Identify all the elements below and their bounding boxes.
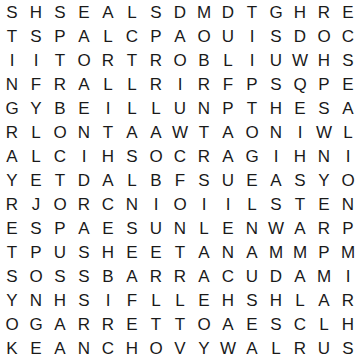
grid-cell-r6c1[interactable]: R [0, 120, 24, 144]
grid-cell-r11c7[interactable]: E [144, 241, 168, 265]
grid-cell-r2c11[interactable]: I [240, 24, 264, 48]
grid-cell-r5c8[interactable]: U [168, 96, 192, 120]
grid-cell-r4c14[interactable]: P [312, 72, 336, 96]
grid-cell-r11c4[interactable]: S [72, 241, 96, 265]
grid-cell-r4c2[interactable]: F [24, 72, 48, 96]
grid-cell-r13c5[interactable]: I [96, 289, 120, 313]
grid-cell-r6c7[interactable]: A [144, 120, 168, 144]
grid-cell-r8c2[interactable]: E [24, 168, 48, 192]
grid-cell-r2c1[interactable]: T [0, 24, 24, 48]
grid-cell-r8c6[interactable]: L [120, 168, 144, 192]
grid-cell-r8c10[interactable]: U [216, 168, 240, 192]
grid-cell-r7c9[interactable]: R [192, 144, 216, 168]
grid-cell-r10c9[interactable]: L [192, 217, 216, 241]
grid-cell-r4c5[interactable]: L [96, 72, 120, 96]
grid-cell-r10c11[interactable]: N [240, 217, 264, 241]
grid-cell-r1c4[interactable]: E [72, 0, 96, 24]
grid-cell-r5c2[interactable]: Y [24, 96, 48, 120]
grid-cell-r14c5[interactable]: R [96, 313, 120, 337]
grid-cell-r11c10[interactable]: N [216, 241, 240, 265]
grid-cell-r6c9[interactable]: T [192, 120, 216, 144]
grid-cell-r15c7[interactable]: O [144, 337, 168, 361]
grid-cell-r2c3[interactable]: P [48, 24, 72, 48]
grid-cell-r4c15[interactable]: E [336, 72, 360, 96]
grid-cell-r1c1[interactable]: S [0, 0, 24, 24]
grid-cell-r8c5[interactable]: A [96, 168, 120, 192]
grid-cell-r3c3[interactable]: T [48, 48, 72, 72]
grid-cell-r5c9[interactable]: N [192, 96, 216, 120]
grid-cell-r5c5[interactable]: I [96, 96, 120, 120]
grid-cell-r10c8[interactable]: N [168, 217, 192, 241]
grid-cell-r5c3[interactable]: B [48, 96, 72, 120]
grid-cell-r2c4[interactable]: A [72, 24, 96, 48]
grid-cell-r11c9[interactable]: A [192, 241, 216, 265]
grid-cell-r2c6[interactable]: C [120, 24, 144, 48]
grid-cell-r4c13[interactable]: Q [288, 72, 312, 96]
grid-cell-r9c7[interactable]: I [144, 193, 168, 217]
grid-cell-r15c14[interactable]: U [312, 337, 336, 361]
word-search-grid: SHSEALSDMDTGHRETSPALCPAOUISDOCIITORTROBL… [0, 0, 360, 361]
grid-cell-r2c10[interactable]: U [216, 24, 240, 48]
grid-cell-r3c2[interactable]: I [24, 48, 48, 72]
grid-cell-r9c13[interactable]: T [288, 193, 312, 217]
grid-cell-r13c15[interactable]: R [336, 289, 360, 313]
grid-cell-r10c3[interactable]: P [48, 217, 72, 241]
grid-cell-r3c4[interactable]: O [72, 48, 96, 72]
grid-cell-r7c10[interactable]: A [216, 144, 240, 168]
grid-cell-r2c2[interactable]: S [24, 24, 48, 48]
grid-cell-r13c2[interactable]: N [24, 289, 48, 313]
grid-cell-r7c8[interactable]: C [168, 144, 192, 168]
grid-cell-r3c9[interactable]: B [192, 48, 216, 72]
grid-cell-r6c13[interactable]: I [288, 120, 312, 144]
grid-cell-r1c15[interactable]: E [336, 0, 360, 24]
grid-cell-r14c3[interactable]: A [48, 313, 72, 337]
grid-cell-r12c11[interactable]: U [240, 265, 264, 289]
grid-cell-r8c3[interactable]: T [48, 168, 72, 192]
grid-cell-r2c13[interactable]: D [288, 24, 312, 48]
grid-cell-r8c1[interactable]: Y [0, 168, 24, 192]
grid-cell-r11c3[interactable]: U [48, 241, 72, 265]
grid-cell-r10c7[interactable]: U [144, 217, 168, 241]
grid-cell-r7c2[interactable]: L [24, 144, 48, 168]
grid-cell-r4c1[interactable]: N [0, 72, 24, 96]
grid-cell-r3c11[interactable]: I [240, 48, 264, 72]
grid-cell-r7c11[interactable]: G [240, 144, 264, 168]
grid-cell-r7c15[interactable]: I [336, 144, 360, 168]
grid-cell-r13c9[interactable]: E [192, 289, 216, 313]
grid-cell-r6c3[interactable]: O [48, 120, 72, 144]
grid-cell-r15c12[interactable]: L [264, 337, 288, 361]
grid-cell-r5c1[interactable]: G [0, 96, 24, 120]
grid-cell-r5c11[interactable]: T [240, 96, 264, 120]
grid-cell-r5c6[interactable]: L [120, 96, 144, 120]
grid-cell-r14c6[interactable]: E [120, 313, 144, 337]
grid-cell-r4c10[interactable]: F [216, 72, 240, 96]
grid-cell-r11c8[interactable]: T [168, 241, 192, 265]
grid-cell-r15c8[interactable]: V [168, 337, 192, 361]
grid-cell-r1c9[interactable]: M [192, 0, 216, 24]
grid-cell-r10c15[interactable]: P [336, 217, 360, 241]
grid-cell-r15c15[interactable]: S [336, 337, 360, 361]
grid-cell-r6c8[interactable]: W [168, 120, 192, 144]
grid-cell-r14c14[interactable]: L [312, 313, 336, 337]
grid-cell-r2c9[interactable]: O [192, 24, 216, 48]
grid-cell-r12c6[interactable]: A [120, 265, 144, 289]
grid-cell-r9c14[interactable]: E [312, 193, 336, 217]
grid-cell-r9c3[interactable]: O [48, 193, 72, 217]
grid-cell-r15c3[interactable]: A [48, 337, 72, 361]
grid-cell-r13c11[interactable]: S [240, 289, 264, 313]
grid-cell-r9c2[interactable]: J [24, 193, 48, 217]
grid-cell-r9c5[interactable]: C [96, 193, 120, 217]
grid-cell-r14c4[interactable]: R [72, 313, 96, 337]
grid-cell-r15c9[interactable]: Y [192, 337, 216, 361]
grid-cell-r12c7[interactable]: R [144, 265, 168, 289]
grid-cell-r2c8[interactable]: A [168, 24, 192, 48]
grid-cell-r11c6[interactable]: E [120, 241, 144, 265]
grid-cell-r12c4[interactable]: S [72, 265, 96, 289]
grid-cell-r1c7[interactable]: S [144, 0, 168, 24]
word-search-page: SHSEALSDMDTGHRETSPALCPAOUISDOCIITORTROBL… [0, 0, 360, 361]
grid-cell-r11c2[interactable]: P [24, 241, 48, 265]
grid-cell-r4c8[interactable]: I [168, 72, 192, 96]
grid-cell-r14c11[interactable]: E [240, 313, 264, 337]
grid-cell-r4c6[interactable]: L [120, 72, 144, 96]
grid-cell-r8c8[interactable]: F [168, 168, 192, 192]
grid-cell-r2c14[interactable]: O [312, 24, 336, 48]
grid-cell-r6c11[interactable]: O [240, 120, 264, 144]
grid-cell-r10c1[interactable]: E [0, 217, 24, 241]
grid-cell-r3c6[interactable]: T [120, 48, 144, 72]
grid-cell-r13c7[interactable]: L [144, 289, 168, 313]
grid-cell-r9c4[interactable]: R [72, 193, 96, 217]
grid-cell-r14c7[interactable]: T [144, 313, 168, 337]
grid-cell-r8c15[interactable]: O [336, 168, 360, 192]
grid-cell-r1c5[interactable]: A [96, 0, 120, 24]
grid-cell-r14c15[interactable]: H [336, 313, 360, 337]
grid-cell-r7c3[interactable]: C [48, 144, 72, 168]
grid-cell-r6c4[interactable]: N [72, 120, 96, 144]
grid-cell-r15c13[interactable]: R [288, 337, 312, 361]
grid-cell-r13c13[interactable]: L [288, 289, 312, 313]
grid-cell-r5c13[interactable]: E [288, 96, 312, 120]
grid-cell-r4c4[interactable]: A [72, 72, 96, 96]
grid-cell-r8c12[interactable]: A [264, 168, 288, 192]
grid-cell-r15c5[interactable]: C [96, 337, 120, 361]
grid-cell-r15c11[interactable]: A [240, 337, 264, 361]
grid-cell-r3c7[interactable]: R [144, 48, 168, 72]
grid-cell-r7c14[interactable]: N [312, 144, 336, 168]
grid-cell-r13c1[interactable]: Y [0, 289, 24, 313]
grid-cell-r8c14[interactable]: Y [312, 168, 336, 192]
grid-cell-r11c11[interactable]: A [240, 241, 264, 265]
grid-cell-r1c2[interactable]: H [24, 0, 48, 24]
grid-cell-r15c1[interactable]: K [0, 337, 24, 361]
grid-cell-r1c13[interactable]: H [288, 0, 312, 24]
grid-cell-r7c7[interactable]: O [144, 144, 168, 168]
grid-cell-r12c5[interactable]: B [96, 265, 120, 289]
grid-cell-r7c13[interactable]: H [288, 144, 312, 168]
grid-cell-r12c8[interactable]: R [168, 265, 192, 289]
grid-cell-r1c12[interactable]: G [264, 0, 288, 24]
grid-cell-r13c10[interactable]: H [216, 289, 240, 313]
grid-cell-r9c11[interactable]: L [240, 193, 264, 217]
grid-cell-r6c12[interactable]: N [264, 120, 288, 144]
grid-cell-r1c3[interactable]: S [48, 0, 72, 24]
grid-cell-r11c15[interactable]: M [336, 241, 360, 265]
grid-cell-r13c4[interactable]: S [72, 289, 96, 313]
grid-cell-r8c13[interactable]: S [288, 168, 312, 192]
grid-cell-r3c5[interactable]: R [96, 48, 120, 72]
grid-cell-r15c10[interactable]: W [216, 337, 240, 361]
grid-cell-r10c12[interactable]: W [264, 217, 288, 241]
grid-cell-r2c7[interactable]: P [144, 24, 168, 48]
grid-cell-r5c10[interactable]: P [216, 96, 240, 120]
grid-cell-r14c2[interactable]: G [24, 313, 48, 337]
grid-cell-r15c2[interactable]: E [24, 337, 48, 361]
grid-cell-r1c14[interactable]: R [312, 0, 336, 24]
grid-cell-r14c13[interactable]: C [288, 313, 312, 337]
grid-cell-r7c12[interactable]: I [264, 144, 288, 168]
grid-cell-r6c6[interactable]: A [120, 120, 144, 144]
grid-cell-r7c6[interactable]: S [120, 144, 144, 168]
grid-cell-r13c12[interactable]: H [264, 289, 288, 313]
grid-cell-r7c5[interactable]: H [96, 144, 120, 168]
grid-cell-r12c2[interactable]: O [24, 265, 48, 289]
grid-cell-r12c14[interactable]: M [312, 265, 336, 289]
grid-cell-r6c2[interactable]: L [24, 120, 48, 144]
grid-cell-r8c7[interactable]: B [144, 168, 168, 192]
grid-cell-r11c1[interactable]: T [0, 241, 24, 265]
grid-cell-r6c14[interactable]: W [312, 120, 336, 144]
grid-cell-r13c8[interactable]: L [168, 289, 192, 313]
grid-cell-r12c10[interactable]: C [216, 265, 240, 289]
grid-cell-r5c14[interactable]: S [312, 96, 336, 120]
grid-cell-r9c1[interactable]: R [0, 193, 24, 217]
grid-cell-r14c9[interactable]: O [192, 313, 216, 337]
grid-cell-r9c8[interactable]: O [168, 193, 192, 217]
grid-cell-r10c13[interactable]: A [288, 217, 312, 241]
grid-cell-r6c10[interactable]: A [216, 120, 240, 144]
grid-cell-r3c12[interactable]: U [264, 48, 288, 72]
grid-cell-r2c5[interactable]: L [96, 24, 120, 48]
grid-cell-r12c15[interactable]: I [336, 265, 360, 289]
grid-cell-r1c6[interactable]: L [120, 0, 144, 24]
grid-cell-r15c6[interactable]: H [120, 337, 144, 361]
grid-cell-r10c14[interactable]: R [312, 217, 336, 241]
grid-cell-r13c3[interactable]: H [48, 289, 72, 313]
grid-cell-r4c3[interactable]: R [48, 72, 72, 96]
grid-cell-r14c10[interactable]: A [216, 313, 240, 337]
grid-cell-r10c5[interactable]: E [96, 217, 120, 241]
grid-cell-r2c12[interactable]: S [264, 24, 288, 48]
grid-cell-r11c5[interactable]: H [96, 241, 120, 265]
grid-cell-r3c1[interactable]: I [0, 48, 24, 72]
grid-cell-r15c4[interactable]: N [72, 337, 96, 361]
grid-cell-r12c9[interactable]: A [192, 265, 216, 289]
grid-cell-r4c11[interactable]: P [240, 72, 264, 96]
grid-cell-r3c10[interactable]: L [216, 48, 240, 72]
grid-cell-r9c9[interactable]: I [192, 193, 216, 217]
grid-cell-r5c15[interactable]: A [336, 96, 360, 120]
grid-cell-r11c13[interactable]: M [288, 241, 312, 265]
grid-cell-r3c15[interactable]: S [336, 48, 360, 72]
grid-cell-r10c6[interactable]: S [120, 217, 144, 241]
grid-cell-r7c1[interactable]: A [0, 144, 24, 168]
grid-cell-r8c4[interactable]: D [72, 168, 96, 192]
grid-cell-r8c9[interactable]: S [192, 168, 216, 192]
grid-cell-r3c8[interactable]: O [168, 48, 192, 72]
grid-cell-r10c4[interactable]: A [72, 217, 96, 241]
grid-cell-r2c15[interactable]: C [336, 24, 360, 48]
grid-cell-r12c13[interactable]: A [288, 265, 312, 289]
grid-cell-r14c12[interactable]: S [264, 313, 288, 337]
grid-cell-r5c12[interactable]: H [264, 96, 288, 120]
grid-cell-r1c8[interactable]: D [168, 0, 192, 24]
grid-cell-r11c12[interactable]: M [264, 241, 288, 265]
grid-cell-r13c6[interactable]: F [120, 289, 144, 313]
grid-cell-r1c10[interactable]: D [216, 0, 240, 24]
grid-cell-r1c11[interactable]: T [240, 0, 264, 24]
grid-cell-r5c7[interactable]: L [144, 96, 168, 120]
grid-cell-r9c15[interactable]: N [336, 193, 360, 217]
grid-cell-r7c4[interactable]: I [72, 144, 96, 168]
grid-cell-r4c7[interactable]: R [144, 72, 168, 96]
grid-cell-r12c12[interactable]: D [264, 265, 288, 289]
grid-cell-r6c5[interactable]: T [96, 120, 120, 144]
grid-cell-r11c14[interactable]: P [312, 241, 336, 265]
grid-cell-r9c12[interactable]: S [264, 193, 288, 217]
grid-cell-r12c3[interactable]: S [48, 265, 72, 289]
grid-cell-r13c14[interactable]: A [312, 289, 336, 313]
grid-cell-r8c11[interactable]: E [240, 168, 264, 192]
grid-cell-r12c1[interactable]: S [0, 265, 24, 289]
grid-cell-r5c4[interactable]: E [72, 96, 96, 120]
grid-cell-r14c1[interactable]: O [0, 313, 24, 337]
grid-cell-r10c10[interactable]: E [216, 217, 240, 241]
grid-cell-r4c12[interactable]: S [264, 72, 288, 96]
grid-cell-r4c9[interactable]: R [192, 72, 216, 96]
grid-cell-r14c8[interactable]: T [168, 313, 192, 337]
grid-cell-r9c6[interactable]: N [120, 193, 144, 217]
grid-cell-r3c13[interactable]: W [288, 48, 312, 72]
grid-cell-r3c14[interactable]: H [312, 48, 336, 72]
grid-cell-r10c2[interactable]: S [24, 217, 48, 241]
grid-cell-r9c10[interactable]: I [216, 193, 240, 217]
grid-cell-r6c15[interactable]: L [336, 120, 360, 144]
